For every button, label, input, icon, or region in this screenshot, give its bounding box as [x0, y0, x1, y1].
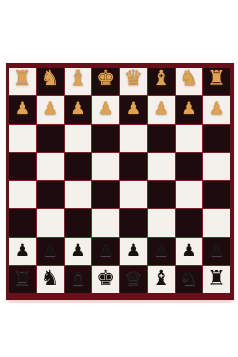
square-a4[interactable] — [203, 153, 230, 180]
square-h3[interactable] — [9, 125, 36, 152]
square-d4[interactable] — [120, 153, 147, 180]
square-e3[interactable] — [92, 125, 119, 152]
square-h7[interactable]: ♟ — [9, 238, 36, 265]
square-d2[interactable]: ♟ — [120, 96, 147, 123]
square-g3[interactable] — [37, 125, 64, 152]
square-h8[interactable]: ♜ — [9, 266, 36, 293]
square-a8[interactable]: ♜ — [203, 266, 230, 293]
square-b4[interactable] — [176, 153, 203, 180]
piece-white-pawn[interactable]: ♟ — [181, 100, 196, 117]
piece-white-rook[interactable]: ♜ — [207, 68, 226, 89]
piece-white-knight[interactable]: ♞ — [41, 68, 60, 89]
piece-white-rook[interactable]: ♜ — [13, 68, 32, 89]
square-g1[interactable]: ♞ — [37, 68, 64, 95]
piece-black-pawn[interactable]: ♟ — [98, 242, 113, 259]
square-c6[interactable] — [148, 209, 175, 236]
square-g5[interactable] — [37, 181, 64, 208]
piece-black-pawn[interactable]: ♟ — [15, 242, 30, 259]
square-b8[interactable]: ♞ — [176, 266, 203, 293]
square-e1[interactable]: ♚ — [92, 68, 119, 95]
piece-white-pawn[interactable]: ♟ — [154, 100, 169, 117]
square-f4[interactable] — [65, 153, 92, 180]
chess-board-grid: ♜♞♝♚♛♝♞♜♟♟♟♟♟♟♟♟♟♟♟♟♟♟♟♟♜♞♝♚♛♝♞♜ — [9, 68, 230, 293]
square-a1[interactable]: ♜ — [203, 68, 230, 95]
square-g8[interactable]: ♞ — [37, 266, 64, 293]
square-f2[interactable]: ♟ — [65, 96, 92, 123]
square-b2[interactable]: ♟ — [176, 96, 203, 123]
piece-black-pawn[interactable]: ♟ — [126, 242, 141, 259]
piece-black-pawn[interactable]: ♟ — [209, 242, 224, 259]
piece-white-pawn[interactable]: ♟ — [43, 100, 58, 117]
square-h6[interactable] — [9, 209, 36, 236]
square-f8[interactable]: ♝ — [65, 266, 92, 293]
piece-white-queen[interactable]: ♛ — [124, 68, 143, 89]
square-f3[interactable] — [65, 125, 92, 152]
square-f1[interactable]: ♝ — [65, 68, 92, 95]
piece-white-bishop[interactable]: ♝ — [152, 68, 171, 89]
piece-black-bishop[interactable]: ♝ — [152, 268, 171, 289]
piece-white-pawn[interactable]: ♟ — [70, 100, 85, 117]
photo-canvas: ♜♞♝♚♛♝♞♜♟♟♟♟♟♟♟♟♟♟♟♟♟♟♟♟♜♞♝♚♛♝♞♜ — [0, 0, 238, 357]
piece-white-pawn[interactable]: ♟ — [15, 100, 30, 117]
square-b1[interactable]: ♞ — [176, 68, 203, 95]
piece-white-knight[interactable]: ♞ — [179, 68, 198, 89]
piece-white-pawn[interactable]: ♟ — [98, 100, 113, 117]
square-d8[interactable]: ♛ — [120, 266, 147, 293]
board-edge-reflection — [9, 300, 231, 303]
piece-black-queen[interactable]: ♛ — [124, 268, 143, 289]
square-h2[interactable]: ♟ — [9, 96, 36, 123]
square-e5[interactable] — [92, 181, 119, 208]
square-b3[interactable] — [176, 125, 203, 152]
piece-black-pawn[interactable]: ♟ — [154, 242, 169, 259]
piece-white-pawn[interactable]: ♟ — [126, 100, 141, 117]
piece-black-rook[interactable]: ♜ — [13, 268, 32, 289]
square-e6[interactable] — [92, 209, 119, 236]
square-g4[interactable] — [37, 153, 64, 180]
square-h1[interactable]: ♜ — [9, 68, 36, 95]
square-b5[interactable] — [176, 181, 203, 208]
piece-black-pawn[interactable]: ♟ — [181, 242, 196, 259]
square-c1[interactable]: ♝ — [148, 68, 175, 95]
square-e2[interactable]: ♟ — [92, 96, 119, 123]
piece-black-knight[interactable]: ♞ — [41, 268, 60, 289]
square-c8[interactable]: ♝ — [148, 266, 175, 293]
square-f5[interactable] — [65, 181, 92, 208]
piece-white-king[interactable]: ♚ — [96, 68, 115, 89]
piece-black-king[interactable]: ♚ — [96, 268, 115, 289]
square-c3[interactable] — [148, 125, 175, 152]
piece-black-bishop[interactable]: ♝ — [68, 268, 87, 289]
square-f6[interactable] — [65, 209, 92, 236]
square-a3[interactable] — [203, 125, 230, 152]
square-b7[interactable]: ♟ — [176, 238, 203, 265]
square-g2[interactable]: ♟ — [37, 96, 64, 123]
piece-black-pawn[interactable]: ♟ — [70, 242, 85, 259]
square-c5[interactable] — [148, 181, 175, 208]
square-f7[interactable]: ♟ — [65, 238, 92, 265]
square-h4[interactable] — [9, 153, 36, 180]
piece-white-bishop[interactable]: ♝ — [68, 68, 87, 89]
chess-board: ♜♞♝♚♛♝♞♜♟♟♟♟♟♟♟♟♟♟♟♟♟♟♟♟♜♞♝♚♛♝♞♜ — [6, 63, 234, 300]
square-c7[interactable]: ♟ — [148, 238, 175, 265]
square-e7[interactable]: ♟ — [92, 238, 119, 265]
square-h5[interactable] — [9, 181, 36, 208]
square-e8[interactable]: ♚ — [92, 266, 119, 293]
square-b6[interactable] — [176, 209, 203, 236]
square-a6[interactable] — [203, 209, 230, 236]
square-d3[interactable] — [120, 125, 147, 152]
square-d7[interactable]: ♟ — [120, 238, 147, 265]
piece-black-rook[interactable]: ♜ — [207, 268, 226, 289]
square-a5[interactable] — [203, 181, 230, 208]
square-d6[interactable] — [120, 209, 147, 236]
square-c2[interactable]: ♟ — [148, 96, 175, 123]
square-e4[interactable] — [92, 153, 119, 180]
square-d1[interactable]: ♛ — [120, 68, 147, 95]
piece-white-pawn[interactable]: ♟ — [209, 100, 224, 117]
square-a2[interactable]: ♟ — [203, 96, 230, 123]
square-g7[interactable]: ♟ — [37, 238, 64, 265]
square-g6[interactable] — [37, 209, 64, 236]
square-a7[interactable]: ♟ — [203, 238, 230, 265]
piece-black-knight[interactable]: ♞ — [179, 268, 198, 289]
piece-black-pawn[interactable]: ♟ — [43, 242, 58, 259]
square-c4[interactable] — [148, 153, 175, 180]
square-d5[interactable] — [120, 181, 147, 208]
